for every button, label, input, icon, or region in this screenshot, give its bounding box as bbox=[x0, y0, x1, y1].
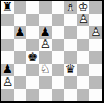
square-f6[interactable] bbox=[64, 26, 77, 39]
square-d4[interactable] bbox=[39, 51, 52, 64]
square-g1[interactable] bbox=[77, 89, 90, 102]
square-b7[interactable] bbox=[14, 14, 27, 27]
square-a5[interactable] bbox=[1, 39, 14, 52]
square-a2[interactable]: ♟♙ bbox=[1, 76, 14, 89]
square-f3[interactable]: ♛ bbox=[64, 64, 77, 77]
square-g7[interactable]: ♟♙ bbox=[77, 14, 90, 27]
square-g6[interactable] bbox=[77, 26, 90, 39]
black-queen-glyph: ♛ bbox=[64, 64, 76, 77]
square-f5[interactable] bbox=[64, 39, 77, 52]
black-pawn-glyph: ♟ bbox=[39, 26, 51, 39]
square-d5[interactable]: ♟♙ bbox=[39, 39, 52, 52]
square-h4[interactable] bbox=[89, 51, 102, 64]
square-e5[interactable] bbox=[52, 39, 65, 52]
white-pawn-g7: ♟♙ bbox=[77, 14, 89, 27]
square-e7[interactable] bbox=[52, 14, 65, 27]
square-f4[interactable] bbox=[64, 51, 77, 64]
square-c5[interactable] bbox=[26, 39, 39, 52]
square-e4[interactable] bbox=[52, 51, 65, 64]
square-f8[interactable]: ♝♗ bbox=[64, 1, 77, 14]
square-b6[interactable]: ♟ bbox=[14, 26, 27, 39]
black-king-glyph: ♚ bbox=[27, 51, 39, 64]
white-pawn-d5: ♟♙ bbox=[39, 39, 51, 52]
square-f1[interactable] bbox=[64, 89, 77, 102]
black-pawn-b6: ♟ bbox=[14, 26, 26, 39]
square-f2[interactable] bbox=[64, 76, 77, 89]
square-c4[interactable]: ♚ bbox=[26, 51, 39, 64]
white-bishop-f8: ♝♗ bbox=[64, 1, 76, 14]
chess-board: ♜♝♗♚♔♟♙♟♟♟♙♟♙♚♟♞♘♛♟♙ bbox=[1, 1, 102, 101]
square-c8[interactable] bbox=[26, 1, 39, 14]
white-knight-d3: ♞♘ bbox=[39, 64, 51, 77]
black-pawn-a3: ♟ bbox=[1, 64, 13, 77]
black-rook-a8: ♜ bbox=[1, 1, 13, 14]
square-e2[interactable] bbox=[52, 76, 65, 89]
square-c1[interactable] bbox=[26, 89, 39, 102]
square-a7[interactable] bbox=[1, 14, 14, 27]
white-pawn-outline-glyph: ♙ bbox=[39, 39, 51, 52]
square-c7[interactable] bbox=[26, 14, 39, 27]
white-pawn-outline-glyph: ♙ bbox=[1, 76, 13, 89]
black-pawn-glyph: ♟ bbox=[14, 26, 26, 39]
white-pawn-outline-glyph: ♙ bbox=[77, 14, 89, 27]
white-king-outline-glyph: ♔ bbox=[77, 1, 89, 14]
black-pawn-glyph: ♟ bbox=[1, 64, 13, 77]
square-h6[interactable]: ♟♙ bbox=[89, 26, 102, 39]
square-h3[interactable] bbox=[89, 64, 102, 77]
square-b8[interactable] bbox=[14, 1, 27, 14]
square-b5[interactable] bbox=[14, 39, 27, 52]
white-pawn-h6: ♟♙ bbox=[90, 26, 102, 39]
square-e8[interactable] bbox=[52, 1, 65, 14]
black-queen-f3: ♛ bbox=[64, 64, 76, 77]
black-pawn-d6: ♟ bbox=[39, 26, 51, 39]
square-g2[interactable] bbox=[77, 76, 90, 89]
square-d8[interactable] bbox=[39, 1, 52, 14]
square-b4[interactable] bbox=[14, 51, 27, 64]
square-g3[interactable] bbox=[77, 64, 90, 77]
square-c3[interactable] bbox=[26, 64, 39, 77]
square-c2[interactable] bbox=[26, 76, 39, 89]
square-a6[interactable] bbox=[1, 26, 14, 39]
white-king-g8: ♚♔ bbox=[77, 1, 89, 14]
square-d3[interactable]: ♞♘ bbox=[39, 64, 52, 77]
square-c6[interactable] bbox=[26, 26, 39, 39]
black-rook-glyph: ♜ bbox=[1, 1, 13, 14]
square-b1[interactable] bbox=[14, 89, 27, 102]
white-knight-outline-glyph: ♘ bbox=[39, 64, 51, 77]
square-a1[interactable] bbox=[1, 89, 14, 102]
square-h1[interactable] bbox=[89, 89, 102, 102]
black-king-c4: ♚ bbox=[27, 51, 39, 64]
square-g8[interactable]: ♚♔ bbox=[77, 1, 90, 14]
white-pawn-outline-glyph: ♙ bbox=[90, 26, 102, 39]
square-d7[interactable] bbox=[39, 14, 52, 27]
square-g5[interactable] bbox=[77, 39, 90, 52]
square-b2[interactable] bbox=[14, 76, 27, 89]
square-a8[interactable]: ♜ bbox=[1, 1, 14, 14]
square-e1[interactable] bbox=[52, 89, 65, 102]
square-d6[interactable]: ♟ bbox=[39, 26, 52, 39]
square-h5[interactable] bbox=[89, 39, 102, 52]
white-bishop-outline-glyph: ♗ bbox=[64, 1, 76, 14]
square-a3[interactable]: ♟ bbox=[1, 64, 14, 77]
square-d2[interactable] bbox=[39, 76, 52, 89]
square-b3[interactable] bbox=[14, 64, 27, 77]
square-f7[interactable] bbox=[64, 14, 77, 27]
chess-diagram: ♜♝♗♚♔♟♙♟♟♟♙♟♙♚♟♞♘♛♟♙ bbox=[0, 0, 104, 103]
white-pawn-a2: ♟♙ bbox=[1, 76, 13, 89]
square-h7[interactable] bbox=[89, 14, 102, 27]
square-d1[interactable] bbox=[39, 89, 52, 102]
square-e6[interactable] bbox=[52, 26, 65, 39]
square-a4[interactable] bbox=[1, 51, 14, 64]
square-h8[interactable] bbox=[89, 1, 102, 14]
square-e3[interactable] bbox=[52, 64, 65, 77]
square-h2[interactable] bbox=[89, 76, 102, 89]
square-g4[interactable] bbox=[77, 51, 90, 64]
